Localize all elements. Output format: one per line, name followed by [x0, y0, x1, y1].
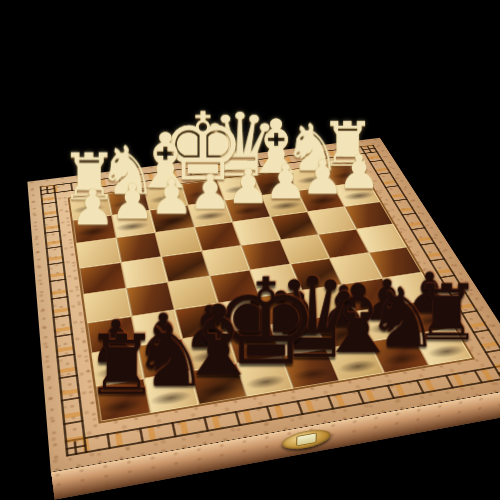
photo-background: ♜♞♝♚♛♝♞♜♟♟♟♟♟♟♟♟♟♟♟♟♟♟♟♟♜♞♝♚♛♝♞♜: [0, 0, 500, 500]
chess-board-box: ♜♞♝♚♛♝♞♜♟♟♟♟♟♟♟♟♟♟♟♟♟♟♟♟♜♞♝♚♛♝♞♜: [27, 138, 500, 472]
brass-clasp: [282, 426, 331, 452]
clasp-amber-inset: [296, 432, 317, 446]
scene: ♜♞♝♚♛♝♞♜♟♟♟♟♟♟♟♟♟♟♟♟♟♟♟♟♜♞♝♚♛♝♞♜: [0, 0, 500, 500]
black-rook-piece[interactable]: ♜: [51, 324, 192, 407]
